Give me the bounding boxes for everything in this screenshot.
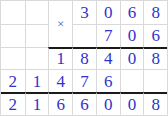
product-digit: 2	[1, 92, 25, 115]
partial-product-digit: 6	[96, 69, 120, 92]
partial-product-digit: 1	[48, 47, 72, 70]
multiplicand-digit: 6	[120, 1, 144, 24]
grid-cell-empty	[120, 69, 144, 92]
partial-product-digit: 8	[72, 47, 96, 70]
grid-cell-empty	[72, 24, 96, 47]
multiplier-digit: 0	[120, 24, 144, 47]
grid-cell-empty	[1, 47, 25, 70]
multiplicand-digit: 3	[72, 1, 96, 24]
product-digit: 1	[25, 92, 49, 115]
partial-product-digit: 0	[120, 47, 144, 70]
multiplicand-digit: 8	[143, 1, 167, 24]
grid-cell-empty	[1, 24, 25, 47]
product-digit: 6	[48, 92, 72, 115]
grid-cell-empty	[25, 1, 49, 24]
multiplication-grid: × 3 0 6 8 7 0 6 1 8 4 0 8 2 1 4 7 6 2 1 …	[0, 0, 168, 116]
multiplier-digit: 7	[96, 24, 120, 47]
product-digit: 0	[96, 92, 120, 115]
grid-cell-empty	[25, 24, 49, 47]
partial-product-digit: 8	[143, 47, 167, 70]
partial-product-digit: 2	[1, 69, 25, 92]
product-digit: 8	[143, 92, 167, 115]
multiplier-digit: 6	[143, 24, 167, 47]
partial-product-digit: 4	[96, 47, 120, 70]
partial-product-digit: 1	[25, 69, 49, 92]
multiply-operator-cell: ×	[48, 1, 72, 47]
grid-cell-empty	[1, 1, 25, 24]
grid-cell-empty	[143, 69, 167, 92]
partial-product-digit: 4	[48, 69, 72, 92]
partial-product-digit: 7	[72, 69, 96, 92]
multiplicand-digit: 0	[96, 1, 120, 24]
grid-cell-empty	[25, 47, 49, 70]
product-digit: 6	[72, 92, 96, 115]
product-digit: 0	[120, 92, 144, 115]
